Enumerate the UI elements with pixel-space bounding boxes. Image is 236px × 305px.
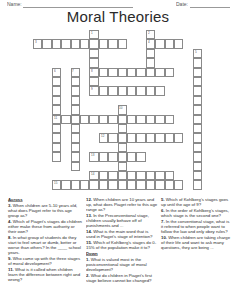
- clue-number: 15: [54, 181, 57, 184]
- grid-cell[interactable]: [118, 171, 127, 180]
- clue-number: 12: [101, 134, 104, 137]
- grid-cell[interactable]: [193, 171, 202, 180]
- grid-cell[interactable]: [127, 86, 136, 95]
- clue-item: 12. When children are 10 years and up, w…: [86, 197, 158, 212]
- grid-cell[interactable]: [61, 115, 70, 124]
- grid-cell[interactable]: [108, 152, 117, 161]
- grid-cell[interactable]: [118, 143, 127, 152]
- grid-cell[interactable]: [108, 171, 117, 180]
- grid-cell[interactable]: [165, 171, 174, 180]
- grid-cell[interactable]: [155, 68, 164, 77]
- clue-number: 1: [91, 31, 93, 34]
- grid-cell[interactable]: 3: [33, 39, 42, 48]
- clue-item-text: When children are 5-10 years old, what d…: [8, 203, 77, 218]
- grid-cell[interactable]: [108, 39, 117, 48]
- grid-cell[interactable]: [118, 124, 127, 133]
- grid-cell[interactable]: [165, 115, 174, 124]
- grid-cell[interactable]: [165, 39, 174, 48]
- grid-cell[interactable]: [99, 152, 108, 161]
- clue-number: 8: [91, 69, 93, 72]
- grid-cell[interactable]: [108, 68, 117, 77]
- clue-item: 7. In the conventional stage, what is it…: [161, 219, 231, 234]
- clue-list-header: Across: [8, 197, 82, 202]
- grid-cell[interactable]: 1: [89, 30, 98, 39]
- grid-cell[interactable]: [89, 49, 98, 58]
- clue-item-text: When children are 10 years and up, what …: [86, 197, 157, 212]
- grid-cell[interactable]: [52, 143, 61, 152]
- grid-cell[interactable]: [136, 171, 145, 180]
- clue-item: 15. Which of Kohlberg's stages do 0-15% …: [86, 240, 158, 250]
- grid-cell[interactable]: [71, 152, 80, 161]
- grid-cell[interactable]: 2: [146, 30, 155, 39]
- grid-cell[interactable]: [193, 152, 202, 161]
- clue-item-text: Which of Kohlberg's stages do 0-15% of t…: [86, 240, 156, 250]
- grid-cell[interactable]: [193, 180, 202, 189]
- grid-cell[interactable]: [99, 39, 108, 48]
- grid-cell[interactable]: [80, 39, 89, 48]
- clue-number: 9: [91, 87, 93, 90]
- grid-cell[interactable]: [146, 49, 155, 58]
- grid-cell[interactable]: [136, 68, 145, 77]
- clue-column-3: 5. Which of Kohlberg's stages goes up un…: [161, 197, 231, 305]
- grid-cell[interactable]: 10: [118, 105, 127, 114]
- grid-cell[interactable]: [193, 58, 202, 67]
- grid-cell[interactable]: [165, 68, 174, 77]
- grid-cell[interactable]: [108, 180, 117, 189]
- grid-cell[interactable]: [127, 133, 136, 142]
- clue-item-text: Who came up with the three stages of mor…: [8, 256, 80, 266]
- grid-cell[interactable]: [155, 39, 164, 48]
- grid-cell[interactable]: [118, 152, 127, 161]
- grid-cell[interactable]: [108, 86, 117, 95]
- clue-number: 7: [72, 69, 74, 72]
- grid-cell[interactable]: [89, 115, 98, 124]
- grid-cell[interactable]: [52, 96, 61, 105]
- grid-cell[interactable]: [146, 68, 155, 77]
- grid-cell[interactable]: [193, 162, 202, 171]
- grid-cell[interactable]: [42, 39, 51, 48]
- clue-item-text: What is valued most in the postconventio…: [86, 257, 147, 272]
- clue-item-text: In the conventional stage, what is it re…: [161, 219, 229, 234]
- grid-cell[interactable]: [193, 105, 202, 114]
- grid-cell[interactable]: [99, 115, 108, 124]
- grid-cell[interactable]: [146, 133, 155, 142]
- grid-cell[interactable]: [71, 96, 80, 105]
- grid-cell[interactable]: 7: [71, 68, 80, 77]
- grid-cell[interactable]: 15: [52, 180, 61, 189]
- grid-cell[interactable]: [155, 171, 164, 180]
- clue-item-text: What is the main word that is used in Pi…: [86, 229, 153, 239]
- clue-item-text: Which of Piaget's stages do children eit…: [8, 219, 82, 234]
- clue-number: 10: [119, 106, 122, 109]
- grid-cell[interactable]: [174, 180, 183, 189]
- grid-cell[interactable]: [71, 133, 80, 142]
- grid-cell[interactable]: [165, 180, 174, 189]
- grid-cell[interactable]: [127, 180, 136, 189]
- grid-cell[interactable]: [146, 86, 155, 95]
- grid-cell[interactable]: [52, 86, 61, 95]
- grid-cell[interactable]: [108, 133, 117, 142]
- grid-cell[interactable]: [118, 133, 127, 142]
- clue-number: 14: [91, 172, 94, 175]
- clue-item-text: In what group of students do they start …: [8, 235, 81, 255]
- grid-cell[interactable]: [136, 152, 145, 161]
- grid-cell[interactable]: 5: [193, 49, 202, 58]
- grid-cell[interactable]: [99, 68, 108, 77]
- grid-cell[interactable]: [165, 133, 174, 142]
- grid-cell[interactable]: [193, 124, 202, 133]
- grid-cell[interactable]: [146, 171, 155, 180]
- clue-number: 13: [91, 153, 94, 156]
- grid-cell[interactable]: [146, 115, 155, 124]
- clue-item: 2. What do children in Piaget's first st…: [86, 273, 158, 283]
- grid-cell[interactable]: 6: [52, 68, 61, 77]
- clue-item: 6. In the order of Kohlberg's stages, wh…: [161, 208, 231, 218]
- grid-cell[interactable]: [155, 133, 164, 142]
- clue-item-text: In the Preconventional stage, children u…: [86, 213, 149, 228]
- clue-column-1: Across3. When children are 5-10 years ol…: [8, 197, 82, 305]
- grid-cell[interactable]: 13: [89, 152, 98, 161]
- clue-number: 2: [148, 31, 150, 34]
- grid-cell[interactable]: [136, 133, 145, 142]
- grid-cell[interactable]: [89, 77, 98, 86]
- grid-cell[interactable]: 4: [146, 39, 155, 48]
- grid-cell[interactable]: [71, 77, 80, 86]
- grid-cell[interactable]: [71, 86, 80, 95]
- grid-cell[interactable]: [89, 39, 98, 48]
- clue-item-text: Which of Kohlberg's stages goes up until…: [161, 197, 228, 207]
- name-label: Name:: [7, 1, 22, 7]
- grid-cell[interactable]: [174, 133, 183, 142]
- clue-number: 6: [54, 69, 56, 72]
- grid-cell[interactable]: [155, 115, 164, 124]
- grid-cell[interactable]: [155, 180, 164, 189]
- grid-cell[interactable]: [136, 86, 145, 95]
- grid-cell[interactable]: [136, 180, 145, 189]
- grid-cell[interactable]: [71, 124, 80, 133]
- grid-cell[interactable]: [118, 162, 127, 171]
- grid-cell[interactable]: [99, 86, 108, 95]
- grid-cell[interactable]: 11: [52, 115, 61, 124]
- grid-cell[interactable]: [71, 162, 80, 171]
- grid-cell[interactable]: [71, 115, 80, 124]
- clue-item: 3. When children are 5-10 years old, wha…: [8, 203, 82, 218]
- grid-cell[interactable]: [127, 68, 136, 77]
- grid-cell[interactable]: [61, 39, 70, 48]
- clue-item: 1. What is valued most in the postconven…: [86, 257, 158, 272]
- grid-cell[interactable]: [71, 143, 80, 152]
- grid-cell[interactable]: [52, 133, 61, 142]
- grid-cell[interactable]: [174, 39, 183, 48]
- grid-cell[interactable]: [61, 180, 70, 189]
- grid-cell[interactable]: [193, 96, 202, 105]
- clue-item: 9. Who came up with the three stages of …: [8, 256, 82, 266]
- grid-cell[interactable]: [71, 39, 80, 48]
- grid-cell[interactable]: [89, 58, 98, 67]
- clue-number: 5: [195, 50, 197, 53]
- grid-cell[interactable]: [193, 68, 202, 77]
- grid-cell[interactable]: [71, 180, 80, 189]
- clue-item-text: What do children in Piaget's first stage…: [86, 273, 152, 283]
- grid-cell[interactable]: [127, 152, 136, 161]
- clue-section: Across3. When children are 5-10 years ol…: [0, 197, 236, 305]
- clue-item: 11. What is it called when children lear…: [8, 267, 82, 282]
- grid-cell[interactable]: [52, 77, 61, 86]
- grid-cell[interactable]: [52, 39, 61, 48]
- clue-item-text: When children are taking charge of their…: [161, 235, 230, 250]
- clue-item: 8. In what group of students do they sta…: [8, 235, 82, 255]
- grid-cell[interactable]: [52, 124, 61, 133]
- grid-cell[interactable]: [127, 171, 136, 180]
- grid-cell[interactable]: [127, 115, 136, 124]
- grid-cell[interactable]: [118, 115, 127, 124]
- grid-cell[interactable]: [80, 115, 89, 124]
- crossword-page: { "game": "crossword", "header": { "name…: [0, 0, 236, 305]
- clue-item-text: In the order of Kohlberg's stages, which…: [161, 208, 229, 218]
- grid-cell[interactable]: [193, 115, 202, 124]
- grid-cell[interactable]: [146, 180, 155, 189]
- page-title: Moral Theories: [0, 8, 236, 25]
- grid-cell[interactable]: [155, 86, 164, 95]
- grid-cell[interactable]: [89, 180, 98, 189]
- clue-item: 5. Which of Kohlberg's stages goes up un…: [161, 197, 231, 207]
- clue-column-2: 12. When children are 10 years and up, w…: [86, 197, 158, 305]
- grid-cell[interactable]: [71, 105, 80, 114]
- grid-cell[interactable]: 12: [99, 133, 108, 142]
- grid-cell[interactable]: [52, 105, 61, 114]
- grid-cell[interactable]: [118, 86, 127, 95]
- clue-item: 14. What is the main word that is used i…: [86, 229, 158, 239]
- grid-cell[interactable]: [99, 180, 108, 189]
- grid-cell[interactable]: [193, 86, 202, 95]
- clue-number: 4: [148, 40, 150, 43]
- grid-cell[interactable]: [193, 77, 202, 86]
- grid-cell[interactable]: [108, 115, 117, 124]
- grid-cell[interactable]: [136, 115, 145, 124]
- clue-item: 4. Which of Piaget's stages do children …: [8, 219, 82, 234]
- grid-cell[interactable]: [80, 180, 89, 189]
- date-label: Date:: [176, 1, 188, 7]
- grid-cell[interactable]: 9: [89, 86, 98, 95]
- clue-number: 3: [35, 40, 37, 43]
- grid-cell[interactable]: [193, 143, 202, 152]
- clue-item: 13. In the Preconventional stage, childr…: [86, 213, 158, 228]
- grid-cell[interactable]: [52, 152, 61, 161]
- clue-list-header: Down: [86, 251, 158, 256]
- grid-cell[interactable]: [118, 180, 127, 189]
- grid-cell[interactable]: 14: [89, 171, 98, 180]
- grid-cell[interactable]: [118, 39, 127, 48]
- clue-number: 11: [54, 116, 57, 119]
- grid-cell[interactable]: [99, 171, 108, 180]
- clue-item: 10. When children are taking charge of t…: [161, 235, 231, 250]
- clue-item-text: What is it called when children learn th…: [8, 267, 80, 282]
- grid-cell[interactable]: 8: [89, 68, 98, 77]
- grid-cell[interactable]: [146, 58, 155, 67]
- grid-cell[interactable]: [118, 68, 127, 77]
- grid-cell[interactable]: [193, 133, 202, 142]
